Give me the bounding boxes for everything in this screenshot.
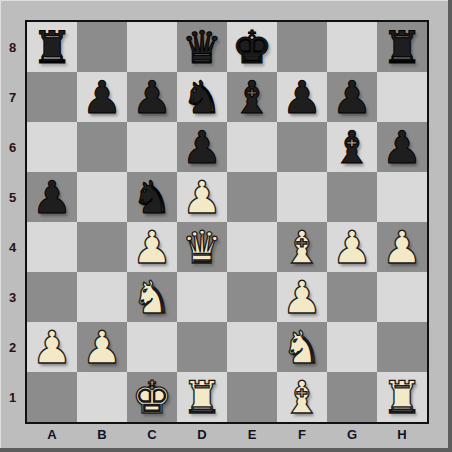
rank-label-5: 5 — [0, 172, 25, 222]
piece-white-king[interactable]: ♚ — [132, 375, 172, 420]
piece-white-bishop[interactable]: ♝ — [282, 375, 322, 420]
file-label-g: G — [327, 423, 377, 446]
square-d6[interactable]: ♟ — [177, 122, 227, 172]
square-f4[interactable]: ♝ — [277, 222, 327, 272]
square-g1[interactable] — [327, 372, 377, 422]
square-d8[interactable]: ♛ — [177, 22, 227, 72]
square-b8[interactable] — [77, 22, 127, 72]
piece-white-rook[interactable]: ♜ — [382, 375, 422, 420]
file-label-e: E — [227, 423, 277, 446]
piece-black-knight[interactable]: ♞ — [182, 75, 222, 120]
piece-black-bishop[interactable]: ♝ — [332, 125, 372, 170]
square-g8[interactable] — [327, 22, 377, 72]
piece-black-rook[interactable]: ♜ — [32, 25, 72, 70]
piece-white-knight[interactable]: ♞ — [282, 325, 322, 370]
square-c4[interactable]: ♟ — [127, 222, 177, 272]
piece-black-pawn[interactable]: ♟ — [132, 75, 172, 120]
square-a6[interactable] — [27, 122, 77, 172]
piece-black-king[interactable]: ♚ — [232, 25, 272, 70]
square-c2[interactable] — [127, 322, 177, 372]
square-h2[interactable] — [377, 322, 427, 372]
piece-white-pawn[interactable]: ♟ — [332, 225, 372, 270]
piece-white-rook[interactable]: ♜ — [182, 375, 222, 420]
piece-black-pawn[interactable]: ♟ — [182, 125, 222, 170]
square-b7[interactable]: ♟ — [77, 72, 127, 122]
chess-board: ♜♛♚♜♟♟♞♝♟♟♟♝♟♟♞♟♟♛♝♟♟♞♟♟♟♞♚♜♝♜ — [25, 20, 429, 424]
rank-label-8: 8 — [0, 22, 25, 72]
square-f3[interactable]: ♟ — [277, 272, 327, 322]
piece-black-pawn[interactable]: ♟ — [332, 75, 372, 120]
square-g4[interactable]: ♟ — [327, 222, 377, 272]
square-g3[interactable] — [327, 272, 377, 322]
square-f5[interactable] — [277, 172, 327, 222]
rank-label-7: 7 — [0, 72, 25, 122]
square-a1[interactable] — [27, 372, 77, 422]
rank-label-3: 3 — [0, 272, 25, 322]
rank-labels: 8 7 6 5 4 3 2 1 — [0, 22, 25, 422]
square-d4[interactable]: ♛ — [177, 222, 227, 272]
piece-black-knight[interactable]: ♞ — [132, 175, 172, 220]
square-g2[interactable] — [327, 322, 377, 372]
square-c6[interactable] — [127, 122, 177, 172]
square-e7[interactable]: ♝ — [227, 72, 277, 122]
file-labels: A B C D E F G H — [27, 423, 427, 446]
square-e1[interactable] — [227, 372, 277, 422]
piece-white-pawn[interactable]: ♟ — [382, 225, 422, 270]
piece-black-rook[interactable]: ♜ — [382, 25, 422, 70]
square-c1[interactable]: ♚ — [127, 372, 177, 422]
square-a3[interactable] — [27, 272, 77, 322]
piece-white-pawn[interactable]: ♟ — [132, 225, 172, 270]
square-g5[interactable] — [327, 172, 377, 222]
square-h8[interactable]: ♜ — [377, 22, 427, 72]
piece-white-pawn[interactable]: ♟ — [282, 275, 322, 320]
square-e3[interactable] — [227, 272, 277, 322]
square-c8[interactable] — [127, 22, 177, 72]
square-c7[interactable]: ♟ — [127, 72, 177, 122]
square-h7[interactable] — [377, 72, 427, 122]
square-b5[interactable] — [77, 172, 127, 222]
piece-white-bishop[interactable]: ♝ — [282, 225, 322, 270]
file-label-f: F — [277, 423, 327, 446]
square-h3[interactable] — [377, 272, 427, 322]
square-a2[interactable]: ♟ — [27, 322, 77, 372]
square-h5[interactable] — [377, 172, 427, 222]
piece-black-bishop[interactable]: ♝ — [232, 75, 272, 120]
square-h6[interactable]: ♟ — [377, 122, 427, 172]
square-a8[interactable]: ♜ — [27, 22, 77, 72]
file-label-c: C — [127, 423, 177, 446]
square-c5[interactable]: ♞ — [127, 172, 177, 222]
square-a5[interactable]: ♟ — [27, 172, 77, 222]
square-e6[interactable] — [227, 122, 277, 172]
rank-label-1: 1 — [0, 372, 25, 422]
square-b4[interactable] — [77, 222, 127, 272]
square-b1[interactable] — [77, 372, 127, 422]
square-f2[interactable]: ♞ — [277, 322, 327, 372]
file-label-b: B — [77, 423, 127, 446]
square-d7[interactable]: ♞ — [177, 72, 227, 122]
square-e5[interactable] — [227, 172, 277, 222]
square-c3[interactable]: ♞ — [127, 272, 177, 322]
square-d1[interactable]: ♜ — [177, 372, 227, 422]
square-d2[interactable] — [177, 322, 227, 372]
piece-black-pawn[interactable]: ♟ — [82, 75, 122, 120]
file-label-h: H — [377, 423, 427, 446]
square-g7[interactable]: ♟ — [327, 72, 377, 122]
square-e2[interactable] — [227, 322, 277, 372]
square-d5[interactable]: ♟ — [177, 172, 227, 222]
piece-white-pawn[interactable]: ♟ — [32, 325, 72, 370]
file-label-d: D — [177, 423, 227, 446]
square-b2[interactable]: ♟ — [77, 322, 127, 372]
piece-white-knight[interactable]: ♞ — [132, 275, 172, 320]
square-d3[interactable] — [177, 272, 227, 322]
square-e4[interactable] — [227, 222, 277, 272]
piece-black-pawn[interactable]: ♟ — [282, 75, 322, 120]
square-f1[interactable]: ♝ — [277, 372, 327, 422]
square-a4[interactable] — [27, 222, 77, 272]
square-a7[interactable] — [27, 72, 77, 122]
piece-black-pawn[interactable]: ♟ — [382, 125, 422, 170]
piece-black-pawn[interactable]: ♟ — [32, 175, 72, 220]
square-g6[interactable]: ♝ — [327, 122, 377, 172]
square-e8[interactable]: ♚ — [227, 22, 277, 72]
square-f6[interactable] — [277, 122, 327, 172]
piece-white-pawn[interactable]: ♟ — [82, 325, 122, 370]
chess-diagram-window: 8 7 6 5 4 3 2 1 ♜♛♚♜♟♟♞♝♟♟♟♝♟♟♞♟♟♛♝♟♟♞♟♟… — [0, 0, 452, 452]
square-b3[interactable] — [77, 272, 127, 322]
square-f8[interactable] — [277, 22, 327, 72]
rank-label-4: 4 — [0, 222, 25, 272]
rank-label-6: 6 — [0, 122, 25, 172]
rank-label-2: 2 — [0, 322, 25, 372]
square-h4[interactable]: ♟ — [377, 222, 427, 272]
file-label-a: A — [27, 423, 77, 446]
square-f7[interactable]: ♟ — [277, 72, 327, 122]
piece-white-queen[interactable]: ♛ — [182, 225, 222, 270]
square-h1[interactable]: ♜ — [377, 372, 427, 422]
square-b6[interactable] — [77, 122, 127, 172]
piece-black-queen[interactable]: ♛ — [182, 25, 222, 70]
piece-white-pawn[interactable]: ♟ — [182, 175, 222, 220]
